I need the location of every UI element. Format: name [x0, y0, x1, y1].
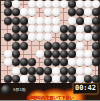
stone-black — [84, 75, 92, 83]
stone-black — [20, 67, 28, 75]
stone-black — [92, 42, 100, 50]
stone-black — [60, 42, 68, 50]
stone-black — [84, 25, 92, 33]
stone-white — [52, 17, 60, 25]
stone-black — [68, 75, 76, 83]
stone-black — [12, 42, 20, 50]
turn-message: 4.0秒以内で置いて下さい — [26, 95, 74, 101]
player-record: 5勝1敗 — [13, 87, 26, 93]
stone-white — [20, 75, 28, 83]
board[interactable] — [0, 0, 100, 83]
stone-white — [12, 0, 20, 8]
timer-box: 00:42 — [73, 83, 98, 94]
stone-black — [92, 33, 100, 41]
status-bar: 5勝1敗 00:42 4.0秒以内で置いて下さい — [0, 83, 100, 100]
stone-black — [60, 75, 68, 83]
stone-black — [12, 25, 20, 33]
stone-black — [44, 42, 52, 50]
stone-white — [28, 25, 36, 33]
stone-white — [76, 42, 84, 50]
stone-black — [20, 25, 28, 33]
stone-black — [20, 17, 28, 25]
stone-black — [68, 50, 76, 58]
stone-black — [76, 17, 84, 25]
stone-black — [36, 67, 44, 75]
stone-black — [52, 42, 60, 50]
stone-black — [92, 25, 100, 33]
stone-black — [44, 67, 52, 75]
stone-white — [84, 67, 92, 75]
stone-black — [68, 42, 76, 50]
stone-black — [92, 50, 100, 58]
stone-white — [52, 75, 60, 83]
stone-black — [60, 50, 68, 58]
stone-white — [36, 50, 44, 58]
stone-black — [4, 0, 12, 8]
stone-black — [92, 8, 100, 16]
stone-black — [68, 0, 76, 8]
stone-white — [44, 25, 52, 33]
stone-white — [28, 0, 36, 8]
stone-white — [44, 0, 52, 8]
stone-white — [92, 0, 100, 8]
stone-black — [60, 67, 68, 75]
stone-black — [4, 75, 12, 83]
stone-white — [68, 17, 76, 25]
stone-white — [76, 0, 84, 8]
stone-white — [52, 25, 60, 33]
stone-white — [84, 17, 92, 25]
stone-white — [76, 25, 84, 33]
stone-black — [92, 58, 100, 66]
stone-white — [76, 75, 84, 83]
stone-white — [60, 0, 68, 8]
stone-white — [52, 67, 60, 75]
game-screen: 5勝1敗 00:42 4.0秒以内で置いて下さい — [0, 0, 100, 100]
stone-white — [36, 17, 44, 25]
stone-black — [52, 50, 60, 58]
stone-black — [20, 42, 28, 50]
stone-white — [44, 17, 52, 25]
stone-white — [36, 25, 44, 33]
stone-black — [4, 17, 12, 25]
stone-black — [12, 17, 20, 25]
stone-black — [92, 75, 100, 83]
stone-black — [44, 75, 52, 83]
stone-white — [36, 0, 44, 8]
stone-black — [60, 25, 68, 33]
stone-black — [28, 75, 36, 83]
stone-black — [68, 67, 76, 75]
stone-white — [4, 50, 12, 58]
stone-black — [68, 25, 76, 33]
stone-black — [12, 75, 20, 83]
player-avatar-stone-icon — [1, 85, 11, 95]
timer-display: 00:42 — [75, 84, 96, 93]
stone-white — [52, 0, 60, 8]
stone-white — [12, 67, 20, 75]
stone-black — [12, 50, 20, 58]
stone-white — [76, 67, 84, 75]
player-area: 5勝1敗 — [1, 84, 39, 95]
stone-black — [92, 17, 100, 25]
stone-white — [84, 50, 92, 58]
stone-black — [44, 50, 52, 58]
stone-white — [28, 17, 36, 25]
stone-white — [76, 50, 84, 58]
stone-white — [84, 0, 92, 8]
stone-black — [28, 67, 36, 75]
